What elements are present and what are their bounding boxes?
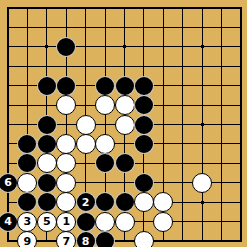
star-point bbox=[45, 45, 48, 48]
stone-white bbox=[153, 192, 173, 212]
stone-white bbox=[95, 95, 115, 115]
stone-black bbox=[95, 231, 115, 247]
stone-white bbox=[37, 153, 57, 173]
move-stone-7: 7 bbox=[56, 231, 76, 247]
move-stone-9: 9 bbox=[17, 231, 37, 247]
stone-white bbox=[115, 95, 135, 115]
move-stone-5: 5 bbox=[37, 212, 57, 232]
stone-white bbox=[95, 212, 115, 232]
star-point bbox=[201, 45, 204, 48]
grid-line-horizontal bbox=[7, 240, 242, 242]
stone-white bbox=[134, 231, 154, 247]
stone-white bbox=[192, 173, 212, 193]
grid-line-vertical bbox=[240, 7, 242, 242]
stone-black bbox=[76, 212, 96, 232]
stone-black bbox=[17, 134, 37, 154]
stone-black bbox=[134, 76, 154, 96]
stone-black bbox=[95, 192, 115, 212]
star-point bbox=[201, 201, 204, 204]
move-stone-4: 4 bbox=[0, 212, 18, 232]
stone-black bbox=[37, 76, 57, 96]
stone-white bbox=[56, 134, 76, 154]
stone-white bbox=[76, 115, 96, 135]
move-stone-3: 3 bbox=[17, 212, 37, 232]
stone-black bbox=[134, 173, 154, 193]
move-stone-1: 1 bbox=[56, 212, 76, 232]
stone-black bbox=[17, 153, 37, 173]
stone-white bbox=[115, 115, 135, 135]
stone-black bbox=[134, 95, 154, 115]
stone-white bbox=[17, 173, 37, 193]
move-stone-8: 8 bbox=[76, 231, 96, 247]
grid-line-vertical bbox=[221, 7, 222, 242]
stone-white bbox=[56, 192, 76, 212]
stone-black bbox=[115, 76, 135, 96]
move-stone-6: 6 bbox=[0, 173, 18, 193]
stone-white bbox=[76, 134, 96, 154]
star-point bbox=[201, 123, 204, 126]
stone-white bbox=[153, 212, 173, 232]
stone-black bbox=[115, 192, 135, 212]
stone-black bbox=[37, 115, 57, 135]
star-point bbox=[123, 45, 126, 48]
stone-white bbox=[134, 192, 154, 212]
go-board[interactable]: 624351978 bbox=[0, 0, 247, 247]
stone-white bbox=[56, 153, 76, 173]
stone-white bbox=[56, 95, 76, 115]
stone-black bbox=[134, 115, 154, 135]
stone-white bbox=[95, 134, 115, 154]
stone-white bbox=[115, 212, 135, 232]
stone-black bbox=[56, 37, 76, 57]
stone-black bbox=[37, 134, 57, 154]
stone-black bbox=[56, 76, 76, 96]
stone-black bbox=[37, 192, 57, 212]
stone-black bbox=[37, 173, 57, 193]
grid-line-vertical bbox=[182, 7, 183, 242]
stone-white bbox=[56, 173, 76, 193]
move-stone-2: 2 bbox=[76, 192, 96, 212]
stone-black bbox=[95, 76, 115, 96]
stone-black bbox=[95, 153, 115, 173]
stone-black bbox=[17, 192, 37, 212]
stone-black bbox=[115, 153, 135, 173]
stone-black bbox=[134, 134, 154, 154]
